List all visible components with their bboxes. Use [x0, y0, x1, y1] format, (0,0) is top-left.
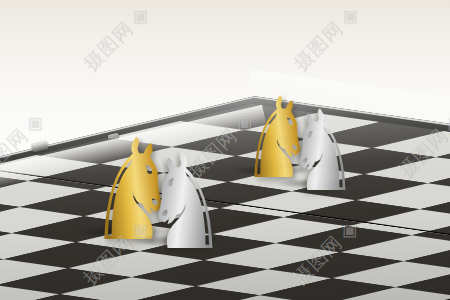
- photo-scene: ♞ ♞ ♞ ♞ 摄图网◈摄图网◈摄图网◈摄图网◈摄图网◈摄图网◈摄图网◈: [0, 0, 450, 300]
- watermark-diamond-logo-icon: ◈: [333, 0, 365, 31]
- silver-knight-foreground: ♞: [126, 136, 245, 268]
- watermark: 摄图网◈: [288, 0, 397, 79]
- watermark-diamond-logo-icon: ◈: [18, 107, 50, 139]
- watermark: 摄图网◈: [78, 0, 187, 79]
- knight-glyph: ♞: [143, 136, 229, 268]
- knight-glyph: ♞: [286, 95, 359, 207]
- silver-knight-background: ♞: [272, 95, 373, 207]
- watermark-diamond-logo-icon: ◈: [123, 0, 155, 31]
